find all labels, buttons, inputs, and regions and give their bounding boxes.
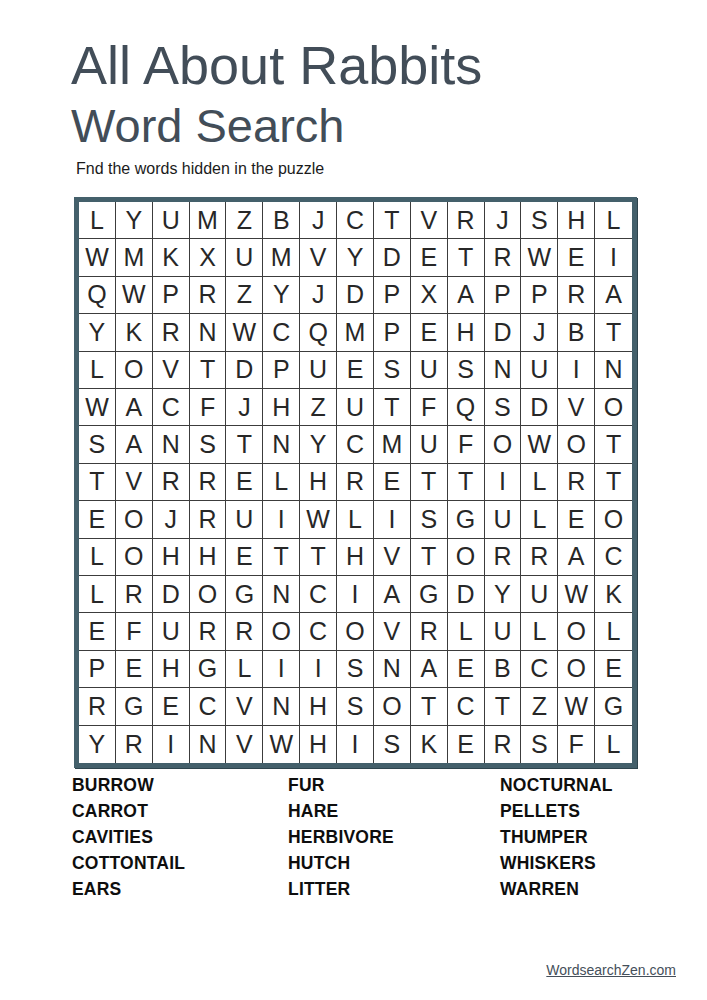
grid-cell-r12c8[interactable]: O <box>337 613 374 650</box>
grid-cell-r11c15[interactable]: K <box>595 576 632 613</box>
grid-cell-r8c9[interactable]: E <box>374 464 411 501</box>
word-item-hutch: HUTCH <box>288 850 500 876</box>
grid-cell-r3c11[interactable]: A <box>448 277 485 314</box>
grid-cell-r1c11[interactable]: R <box>448 202 485 239</box>
grid-cell-r4c7[interactable]: Q <box>300 314 337 351</box>
grid-cell-r2c7[interactable]: V <box>300 239 337 276</box>
grid-cell-r15c13[interactable]: S <box>521 726 558 763</box>
grid-cell-r3c3[interactable]: P <box>153 277 190 314</box>
grid-cell-r3c8[interactable]: D <box>337 277 374 314</box>
grid-cell-r6c14[interactable]: V <box>558 389 595 426</box>
grid-cell-r7c1[interactable]: S <box>79 426 116 463</box>
grid-cell-r6c15[interactable]: O <box>595 389 632 426</box>
word-item-whiskers: WHISKERS <box>500 850 642 876</box>
grid-cell-r11c7[interactable]: C <box>300 576 337 613</box>
grid-cell-r3c15[interactable]: A <box>595 277 632 314</box>
grid-cell-r14c15[interactable]: G <box>595 688 632 725</box>
grid-cell-r10c10[interactable]: T <box>411 539 448 576</box>
grid-cell-r4c13[interactable]: J <box>521 314 558 351</box>
grid-cell-r10c5[interactable]: E <box>226 539 263 576</box>
grid-cell-r14c6[interactable]: N <box>263 688 300 725</box>
grid-cell-r13c4[interactable]: G <box>190 651 227 688</box>
grid-cell-r15c2[interactable]: R <box>116 726 153 763</box>
grid-cell-r7c14[interactable]: O <box>558 426 595 463</box>
grid-cell-r14c9[interactable]: O <box>374 688 411 725</box>
grid-cell-r11c13[interactable]: U <box>521 576 558 613</box>
grid-cell-r5c7[interactable]: U <box>300 352 337 389</box>
word-item-cavities: CAVITIES <box>72 824 288 850</box>
grid-cell-r5c8[interactable]: E <box>337 352 374 389</box>
grid-cell-r13c9[interactable]: N <box>374 651 411 688</box>
word-item-warren: WARREN <box>500 876 642 902</box>
grid-cell-r6c12[interactable]: S <box>485 389 522 426</box>
grid-cell-r10c12[interactable]: R <box>485 539 522 576</box>
grid-cell-r6c4[interactable]: F <box>190 389 227 426</box>
grid-cell-r10c7[interactable]: T <box>300 539 337 576</box>
grid-cell-r3c6[interactable]: Y <box>263 277 300 314</box>
grid-cell-r9c4[interactable]: R <box>190 501 227 538</box>
grid-cell-r13c6[interactable]: I <box>263 651 300 688</box>
grid-cell-r2c6[interactable]: M <box>263 239 300 276</box>
grid-cell-r12c9[interactable]: V <box>374 613 411 650</box>
grid-cell-r7c13[interactable]: W <box>521 426 558 463</box>
grid-cell-r10c6[interactable]: T <box>263 539 300 576</box>
grid-cell-r12c6[interactable]: O <box>263 613 300 650</box>
grid-cell-r12c11[interactable]: L <box>448 613 485 650</box>
page-subtitle: Word Search <box>71 102 344 149</box>
grid-cell-r8c15[interactable]: T <box>595 464 632 501</box>
grid-cell-r4c8[interactable]: M <box>337 314 374 351</box>
grid-cell-r15c10[interactable]: K <box>411 726 448 763</box>
grid-cell-r7c4[interactable]: S <box>190 426 227 463</box>
grid-cell-r15c8[interactable]: I <box>337 726 374 763</box>
grid-cell-r8c10[interactable]: T <box>411 464 448 501</box>
grid-cell-r11c4[interactable]: O <box>190 576 227 613</box>
footer-link[interactable]: WordsearchZen.com <box>546 962 676 978</box>
grid-cell-r14c7[interactable]: H <box>300 688 337 725</box>
grid-cell-r5c9[interactable]: S <box>374 352 411 389</box>
grid-cell-r4c3[interactable]: R <box>153 314 190 351</box>
grid-cell-r15c9[interactable]: S <box>374 726 411 763</box>
grid-cell-r11c1[interactable]: L <box>79 576 116 613</box>
grid-cell-r13c10[interactable]: A <box>411 651 448 688</box>
grid-cell-r10c14[interactable]: A <box>558 539 595 576</box>
instruction-text: Fnd the words hidden in the puzzle <box>76 159 324 178</box>
grid-cell-r3c10[interactable]: X <box>411 277 448 314</box>
grid-cell-r12c13[interactable]: L <box>521 613 558 650</box>
grid-cell-r1c1[interactable]: L <box>79 202 116 239</box>
grid-cell-r6c9[interactable]: T <box>374 389 411 426</box>
grid-cell-r6c5[interactable]: J <box>226 389 263 426</box>
grid-cell-r6c3[interactable]: C <box>153 389 190 426</box>
grid-cell-r6c1[interactable]: W <box>79 389 116 426</box>
grid-cell-r8c2[interactable]: V <box>116 464 153 501</box>
grid-cell-r15c3[interactable]: I <box>153 726 190 763</box>
grid-cell-r10c11[interactable]: O <box>448 539 485 576</box>
grid-cell-r9c15[interactable]: O <box>595 501 632 538</box>
word-item-fur: FUR <box>288 772 500 798</box>
grid-cell-r7c12[interactable]: O <box>485 426 522 463</box>
grid-cell-r13c11[interactable]: E <box>448 651 485 688</box>
grid-cell-r3c12[interactable]: P <box>485 277 522 314</box>
grid-cell-r8c6[interactable]: L <box>263 464 300 501</box>
grid-cell-r6c11[interactable]: Q <box>448 389 485 426</box>
grid-cell-r1c3[interactable]: U <box>153 202 190 239</box>
grid-cell-r1c8[interactable]: C <box>337 202 374 239</box>
grid-cell-r2c5[interactable]: U <box>226 239 263 276</box>
grid-cell-r4c2[interactable]: K <box>116 314 153 351</box>
grid-cell-r13c5[interactable]: L <box>226 651 263 688</box>
grid-cell-r9c13[interactable]: L <box>521 501 558 538</box>
grid-cell-r10c1[interactable]: L <box>79 539 116 576</box>
grid-cell-r10c13[interactable]: R <box>521 539 558 576</box>
grid-cell-r6c10[interactable]: F <box>411 389 448 426</box>
grid-cell-r11c5[interactable]: G <box>226 576 263 613</box>
grid-cell-r14c11[interactable]: C <box>448 688 485 725</box>
grid-cell-r2c9[interactable]: D <box>374 239 411 276</box>
grid-cell-r10c9[interactable]: V <box>374 539 411 576</box>
grid-cell-r14c5[interactable]: V <box>226 688 263 725</box>
grid-cell-r4c14[interactable]: B <box>558 314 595 351</box>
grid-cell-r5c3[interactable]: V <box>153 352 190 389</box>
grid-cell-r11c10[interactable]: G <box>411 576 448 613</box>
grid-cell-r1c14[interactable]: H <box>558 202 595 239</box>
grid-cell-r13c13[interactable]: C <box>521 651 558 688</box>
grid-cell-r11c2[interactable]: R <box>116 576 153 613</box>
grid-cell-r15c4[interactable]: N <box>190 726 227 763</box>
word-search-grid: LYUMZBJCTVRJSHLWMKXUMVYDETRWEIQWPRZYJDPX… <box>74 197 637 768</box>
grid-cell-r5c1[interactable]: L <box>79 352 116 389</box>
grid-cell-r8c8[interactable]: R <box>337 464 374 501</box>
grid-cell-r9c11[interactable]: G <box>448 501 485 538</box>
grid-cell-r1c13[interactable]: S <box>521 202 558 239</box>
word-item-nocturnal: NOCTURNAL <box>500 772 642 798</box>
grid-cell-r10c8[interactable]: H <box>337 539 374 576</box>
grid-cell-r8c14[interactable]: R <box>558 464 595 501</box>
grid-cell-r9c7[interactable]: W <box>300 501 337 538</box>
grid-cell-r12c15[interactable]: L <box>595 613 632 650</box>
word-list: BURROWCARROTCAVITIESCOTTONTAILEARS FURHA… <box>72 772 642 902</box>
word-item-carrot: CARROT <box>72 798 288 824</box>
grid-cell-r11c14[interactable]: W <box>558 576 595 613</box>
grid-cell-r8c1[interactable]: T <box>79 464 116 501</box>
grid-cell-r10c4[interactable]: H <box>190 539 227 576</box>
grid-cell-r2c11[interactable]: T <box>448 239 485 276</box>
grid-cell-r14c14[interactable]: W <box>558 688 595 725</box>
grid-cell-r13c3[interactable]: H <box>153 651 190 688</box>
word-list-column-1: BURROWCARROTCAVITIESCOTTONTAILEARS <box>72 772 288 902</box>
grid-cell-r11c3[interactable]: D <box>153 576 190 613</box>
grid-cell-r7c8[interactable]: C <box>337 426 374 463</box>
grid-cell-r2c4[interactable]: X <box>190 239 227 276</box>
grid-cell-r14c2[interactable]: G <box>116 688 153 725</box>
grid-cell-r11c11[interactable]: D <box>448 576 485 613</box>
grid-cell-r4c5[interactable]: W <box>226 314 263 351</box>
grid-cell-r12c12[interactable]: U <box>485 613 522 650</box>
word-item-pellets: PELLETS <box>500 798 642 824</box>
grid-cell-r12c14[interactable]: O <box>558 613 595 650</box>
grid-cell-r4c12[interactable]: D <box>485 314 522 351</box>
grid-cell-r1c9[interactable]: T <box>374 202 411 239</box>
grid-cell-r5c6[interactable]: P <box>263 352 300 389</box>
grid-cell-r8c5[interactable]: E <box>226 464 263 501</box>
grid-cell-r14c8[interactable]: S <box>337 688 374 725</box>
grid-cell-r3c5[interactable]: Z <box>226 277 263 314</box>
grid-cell-r8c11[interactable]: T <box>448 464 485 501</box>
grid-cell-r4c11[interactable]: H <box>448 314 485 351</box>
grid-cell-r8c13[interactable]: L <box>521 464 558 501</box>
grid-cell-r9c1[interactable]: E <box>79 501 116 538</box>
grid-cell-r11c8[interactable]: I <box>337 576 374 613</box>
grid-cell-r1c5[interactable]: Z <box>226 202 263 239</box>
grid-cell-r13c15[interactable]: E <box>595 651 632 688</box>
grid-cell-r12c2[interactable]: F <box>116 613 153 650</box>
word-item-cottontail: COTTONTAIL <box>72 850 288 876</box>
grid-cell-r4c6[interactable]: C <box>263 314 300 351</box>
grid-cell-r9c14[interactable]: E <box>558 501 595 538</box>
grid-cell-r3c2[interactable]: W <box>116 277 153 314</box>
grid-cell-r8c12[interactable]: I <box>485 464 522 501</box>
grid-cell-r13c1[interactable]: P <box>79 651 116 688</box>
grid-cell-r15c6[interactable]: W <box>263 726 300 763</box>
word-list-column-2: FURHAREHERBIVOREHUTCHLITTER <box>288 772 500 902</box>
grid-cell-r9c10[interactable]: S <box>411 501 448 538</box>
grid-cell-r1c15[interactable]: L <box>595 202 632 239</box>
grid-cell-r14c1[interactable]: R <box>79 688 116 725</box>
grid-cell-r5c2[interactable]: O <box>116 352 153 389</box>
grid-cell-r9c12[interactable]: U <box>485 501 522 538</box>
grid-cell-r10c3[interactable]: H <box>153 539 190 576</box>
word-list-column-3: NOCTURNALPELLETSTHUMPERWHISKERSWARREN <box>500 772 642 902</box>
grid-cell-r15c5[interactable]: V <box>226 726 263 763</box>
grid-cell-r6c8[interactable]: U <box>337 389 374 426</box>
grid-cell-r2c1[interactable]: W <box>79 239 116 276</box>
grid-cell-r7c9[interactable]: M <box>374 426 411 463</box>
grid-cell-r5c11[interactable]: S <box>448 352 485 389</box>
grid-cell-r5c14[interactable]: I <box>558 352 595 389</box>
grid-cell-r4c15[interactable]: T <box>595 314 632 351</box>
word-item-ears: EARS <box>72 876 288 902</box>
grid-cell-r13c2[interactable]: E <box>116 651 153 688</box>
grid-cell-r13c7[interactable]: I <box>300 651 337 688</box>
grid-cell-r5c13[interactable]: U <box>521 352 558 389</box>
grid-cell-r13c8[interactable]: S <box>337 651 374 688</box>
grid-cell-r11c9[interactable]: A <box>374 576 411 613</box>
grid-cell-r8c3[interactable]: R <box>153 464 190 501</box>
grid-cell-r15c7[interactable]: H <box>300 726 337 763</box>
grid-cell-r1c2[interactable]: Y <box>116 202 153 239</box>
grid-cell-r11c6[interactable]: N <box>263 576 300 613</box>
grid-cell-r7c3[interactable]: N <box>153 426 190 463</box>
grid-cell-r2c10[interactable]: E <box>411 239 448 276</box>
grid-cell-r5c10[interactable]: U <box>411 352 448 389</box>
word-item-thumper: THUMPER <box>500 824 642 850</box>
grid-cell-r1c7[interactable]: J <box>300 202 337 239</box>
grid-cell-r13c12[interactable]: B <box>485 651 522 688</box>
grid-cell-r10c2[interactable]: O <box>116 539 153 576</box>
grid-cell-r14c13[interactable]: Z <box>521 688 558 725</box>
grid-cell-r9c8[interactable]: L <box>337 501 374 538</box>
grid-cell-r6c7[interactable]: Z <box>300 389 337 426</box>
grid-cell-r12c1[interactable]: E <box>79 613 116 650</box>
grid-cell-r7c10[interactable]: U <box>411 426 448 463</box>
grid-cell-r15c12[interactable]: R <box>485 726 522 763</box>
grid-cell-r7c6[interactable]: N <box>263 426 300 463</box>
grid-cell-r3c14[interactable]: R <box>558 277 595 314</box>
grid-cell-r1c4[interactable]: M <box>190 202 227 239</box>
grid-cell-r3c4[interactable]: R <box>190 277 227 314</box>
grid-cell-r15c15[interactable]: L <box>595 726 632 763</box>
word-item-burrow: BURROW <box>72 772 288 798</box>
grid-cell-r2c2[interactable]: M <box>116 239 153 276</box>
grid-cell-r7c15[interactable]: T <box>595 426 632 463</box>
word-item-hare: HARE <box>288 798 500 824</box>
grid-cell-r1c12[interactable]: J <box>485 202 522 239</box>
grid-cell-r15c11[interactable]: E <box>448 726 485 763</box>
grid-cell-r12c7[interactable]: C <box>300 613 337 650</box>
grid-cell-r11c12[interactable]: Y <box>485 576 522 613</box>
grid-cell-r12c10[interactable]: R <box>411 613 448 650</box>
grid-cell-r7c7[interactable]: Y <box>300 426 337 463</box>
grid-cell-r2c14[interactable]: E <box>558 239 595 276</box>
grid-cell-r5c4[interactable]: T <box>190 352 227 389</box>
page: All About Rabbits Word Search Fnd the wo… <box>0 0 707 1000</box>
grid-cell-r5c12[interactable]: N <box>485 352 522 389</box>
grid-cell-r4c4[interactable]: N <box>190 314 227 351</box>
grid-cell-r5c15[interactable]: N <box>595 352 632 389</box>
grid-cell-r6c6[interactable]: H <box>263 389 300 426</box>
grid-cell-r9c6[interactable]: I <box>263 501 300 538</box>
grid-cell-r2c8[interactable]: Y <box>337 239 374 276</box>
grid-cell-r12c3[interactable]: U <box>153 613 190 650</box>
grid-cell-r1c6[interactable]: B <box>263 202 300 239</box>
grid-cell-r1c10[interactable]: V <box>411 202 448 239</box>
grid-cell-r12c5[interactable]: R <box>226 613 263 650</box>
grid-cell-r7c11[interactable]: F <box>448 426 485 463</box>
grid-cell-r15c1[interactable]: Y <box>79 726 116 763</box>
grid-cell-r6c13[interactable]: D <box>521 389 558 426</box>
word-item-herbivore: HERBIVORE <box>288 824 500 850</box>
grid-cell-r2c3[interactable]: K <box>153 239 190 276</box>
grid-cell-r4c1[interactable]: Y <box>79 314 116 351</box>
grid-cell-r3c7[interactable]: J <box>300 277 337 314</box>
grid-cell-r2c15[interactable]: I <box>595 239 632 276</box>
grid-cell-r13c14[interactable]: O <box>558 651 595 688</box>
grid-cell-r7c5[interactable]: T <box>226 426 263 463</box>
grid-cell-r15c14[interactable]: F <box>558 726 595 763</box>
grid-cell-r14c4[interactable]: C <box>190 688 227 725</box>
grid-cell-r12c4[interactable]: R <box>190 613 227 650</box>
grid-cell-r14c10[interactable]: T <box>411 688 448 725</box>
page-title: All About Rabbits <box>71 38 482 92</box>
grid-cell-r6c2[interactable]: A <box>116 389 153 426</box>
grid-cell-r9c9[interactable]: I <box>374 501 411 538</box>
grid-cell-r4c9[interactable]: P <box>374 314 411 351</box>
grid-cell-r14c12[interactable]: T <box>485 688 522 725</box>
grid-cell-r3c9[interactable]: P <box>374 277 411 314</box>
grid-cell-r2c13[interactable]: W <box>521 239 558 276</box>
grid-cell-r7c2[interactable]: A <box>116 426 153 463</box>
grid-cell-r8c4[interactable]: R <box>190 464 227 501</box>
word-item-litter: LITTER <box>288 876 500 902</box>
grid-cell-r3c13[interactable]: P <box>521 277 558 314</box>
grid-cell-r9c5[interactable]: U <box>226 501 263 538</box>
grid-cell-r9c2[interactable]: O <box>116 501 153 538</box>
grid-cell-r8c7[interactable]: H <box>300 464 337 501</box>
grid-cell-r5c5[interactable]: D <box>226 352 263 389</box>
grid-cell-r10c15[interactable]: C <box>595 539 632 576</box>
grid-cell-r4c10[interactable]: E <box>411 314 448 351</box>
grid-cell-r9c3[interactable]: J <box>153 501 190 538</box>
grid-cell-r14c3[interactable]: E <box>153 688 190 725</box>
grid-cell-r2c12[interactable]: R <box>485 239 522 276</box>
grid-cell-r3c1[interactable]: Q <box>79 277 116 314</box>
